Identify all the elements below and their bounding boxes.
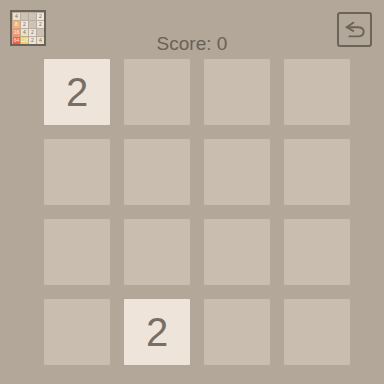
tile-2: 2 <box>44 59 110 125</box>
empty-cell <box>204 219 270 285</box>
logo-tile-2: 2 <box>37 13 44 20</box>
empty-cell <box>204 59 270 125</box>
logo-empty-cell <box>21 13 28 20</box>
undo-button[interactable] <box>337 12 372 47</box>
logo-tile-2: 2 <box>37 21 44 28</box>
empty-cell <box>124 59 190 125</box>
logo-tile-4: 4 <box>13 13 20 20</box>
empty-cell <box>204 299 270 365</box>
undo-arrow-icon <box>344 19 366 41</box>
logo-empty-cell <box>29 21 36 28</box>
empty-cell <box>284 59 350 125</box>
empty-cell <box>124 139 190 205</box>
empty-cell <box>204 139 270 205</box>
empty-cell <box>284 139 350 205</box>
empty-cell <box>44 219 110 285</box>
logo-tile-2: 2 <box>21 21 28 28</box>
empty-cell <box>44 299 110 365</box>
empty-cell <box>124 219 190 285</box>
score-label: Score: 0 <box>0 33 384 55</box>
logo-tile-8: 8 <box>13 21 20 28</box>
empty-cell <box>284 219 350 285</box>
logo-empty-cell <box>29 13 36 20</box>
empty-cell <box>44 139 110 205</box>
empty-cell <box>284 299 350 365</box>
board-grid[interactable]: 22 <box>44 59 350 365</box>
game-page: 4282216426412824 Score: 0 22 <box>0 0 384 384</box>
tile-2: 2 <box>124 299 190 365</box>
